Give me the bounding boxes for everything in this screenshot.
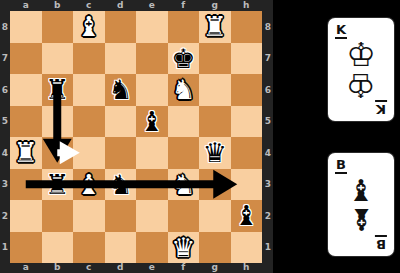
piece-white-knight[interactable]: ♞: [171, 74, 195, 106]
square-f7[interactable]: ♚: [168, 43, 200, 75]
rank-label-3: 3: [263, 169, 273, 201]
square-e8[interactable]: [136, 11, 168, 43]
square-g3[interactable]: [199, 169, 231, 201]
rank-label-6: 6: [0, 74, 10, 106]
piece-white-queen[interactable]: ♛: [171, 232, 195, 264]
square-b3[interactable]: ♜: [42, 169, 74, 201]
rank-label-2: 2: [0, 200, 10, 232]
rank-label-6: 6: [263, 74, 273, 106]
square-b6[interactable]: ♜: [42, 74, 74, 106]
piece-black-knight[interactable]: ♞: [108, 169, 132, 201]
square-f2[interactable]: [168, 200, 200, 232]
file-label-b: b: [42, 0, 74, 11]
rank-label-2: 2: [263, 200, 273, 232]
chess-app: abcdefgh abcdefgh 87654321 87654321 ♝♜♚♜…: [0, 0, 400, 273]
rank-label-8: 8: [0, 11, 10, 43]
square-h8[interactable]: [231, 11, 263, 43]
rank-label-4: 4: [263, 137, 273, 169]
square-b4[interactable]: [42, 137, 74, 169]
piece-black-bishop[interactable]: ♝: [140, 106, 164, 138]
square-e1[interactable]: [136, 232, 168, 264]
square-e5[interactable]: ♝: [136, 106, 168, 138]
rank-label-4: 4: [0, 137, 10, 169]
rank-label-5: 5: [0, 106, 10, 138]
square-h3[interactable]: [231, 169, 263, 201]
square-c2[interactable]: [73, 200, 105, 232]
file-label-h: h: [231, 262, 263, 273]
piece-white-knight[interactable]: ♞: [171, 169, 195, 201]
square-h7[interactable]: [231, 43, 263, 75]
square-a8[interactable]: [10, 11, 42, 43]
card-rank-bottom: B: [375, 235, 387, 251]
card-panel: K ♔ ♔ K B ♝ ♝ B: [273, 0, 400, 273]
square-d5[interactable]: [105, 106, 137, 138]
square-e2[interactable]: [136, 200, 168, 232]
file-label-b: b: [42, 262, 74, 273]
square-d7[interactable]: [105, 43, 137, 75]
piece-white-bishop[interactable]: ♝: [77, 169, 101, 201]
square-e6[interactable]: [136, 74, 168, 106]
square-c4[interactable]: [73, 137, 105, 169]
piece-white-bishop[interactable]: ♝: [77, 11, 101, 43]
piece-black-rook[interactable]: ♜: [45, 169, 69, 201]
piece-black-king[interactable]: ♚: [171, 43, 195, 75]
rank-label-7: 7: [0, 43, 10, 75]
board-panel: abcdefgh abcdefgh 87654321 87654321 ♝♜♚♜…: [0, 0, 273, 273]
rank-label-3: 3: [0, 169, 10, 201]
square-e3[interactable]: [136, 169, 168, 201]
file-label-a: a: [10, 262, 42, 273]
square-d1[interactable]: [105, 232, 137, 264]
rank-labels-right: 87654321: [263, 11, 273, 263]
rank-labels-left: 87654321: [0, 11, 10, 263]
square-g2[interactable]: [199, 200, 231, 232]
square-f4[interactable]: [168, 137, 200, 169]
black-bishop-icon: ♝: [348, 176, 375, 206]
file-label-d: d: [105, 262, 137, 273]
square-d2[interactable]: [105, 200, 137, 232]
square-a7[interactable]: [10, 43, 42, 75]
square-f1[interactable]: ♛: [168, 232, 200, 264]
square-e7[interactable]: [136, 43, 168, 75]
square-a5[interactable]: [10, 106, 42, 138]
square-e4[interactable]: [136, 137, 168, 169]
piece-white-rook[interactable]: ♜: [14, 137, 38, 169]
square-b8[interactable]: [42, 11, 74, 43]
rank-label-1: 1: [0, 232, 10, 264]
rank-label-5: 5: [263, 106, 273, 138]
piece-black-queen[interactable]: ♛: [203, 137, 227, 169]
file-label-a: a: [10, 0, 42, 11]
square-g6[interactable]: [199, 74, 231, 106]
file-labels-top: abcdefgh: [10, 0, 262, 11]
piece-black-rook[interactable]: ♜: [45, 74, 69, 106]
square-d6[interactable]: ♞: [105, 74, 137, 106]
square-b1[interactable]: [42, 232, 74, 264]
file-label-c: c: [73, 0, 105, 11]
file-label-g: g: [199, 262, 231, 273]
square-b2[interactable]: [42, 200, 74, 232]
square-c7[interactable]: [73, 43, 105, 75]
file-label-c: c: [73, 262, 105, 273]
file-labels-bottom: abcdefgh: [10, 262, 262, 273]
square-a2[interactable]: [10, 200, 42, 232]
square-c1[interactable]: [73, 232, 105, 264]
black-bishop-icon-mirrored: ♝: [348, 204, 375, 234]
square-h4[interactable]: [231, 137, 263, 169]
square-h1[interactable]: [231, 232, 263, 264]
file-label-f: f: [168, 0, 200, 11]
file-label-h: h: [231, 0, 263, 11]
square-c3[interactable]: ♝: [73, 169, 105, 201]
piece-white-rook[interactable]: ♜: [203, 11, 227, 43]
card-rank-bottom: K: [375, 100, 387, 116]
square-f8[interactable]: [168, 11, 200, 43]
square-a1[interactable]: [10, 232, 42, 264]
square-c8[interactable]: ♝: [73, 11, 105, 43]
card-bishop[interactable]: B ♝ ♝ B: [328, 153, 394, 256]
card-king[interactable]: K ♔ ♔ K: [328, 18, 394, 121]
square-c6[interactable]: [73, 74, 105, 106]
square-b5[interactable]: [42, 106, 74, 138]
square-g4[interactable]: ♛: [199, 137, 231, 169]
square-d4[interactable]: [105, 137, 137, 169]
file-label-d: d: [105, 0, 137, 11]
file-label-f: f: [168, 262, 200, 273]
square-g5[interactable]: [199, 106, 231, 138]
square-a6[interactable]: [10, 74, 42, 106]
square-b7[interactable]: [42, 43, 74, 75]
board: ♝♜♚♜♞♞♝♜♛♜♝♞♞♝♛: [10, 11, 262, 263]
piece-black-bishop[interactable]: ♝: [234, 200, 258, 232]
rank-label-1: 1: [263, 232, 273, 264]
rank-label-7: 7: [263, 43, 273, 75]
square-h5[interactable]: [231, 106, 263, 138]
square-c5[interactable]: [73, 106, 105, 138]
file-label-e: e: [136, 262, 168, 273]
piece-black-knight[interactable]: ♞: [108, 74, 132, 106]
square-g8[interactable]: ♜: [199, 11, 231, 43]
square-f5[interactable]: [168, 106, 200, 138]
square-d3[interactable]: ♞: [105, 169, 137, 201]
square-a3[interactable]: [10, 169, 42, 201]
square-h2[interactable]: ♝: [231, 200, 263, 232]
square-f6[interactable]: ♞: [168, 74, 200, 106]
file-label-g: g: [199, 0, 231, 11]
file-label-e: e: [136, 0, 168, 11]
square-h6[interactable]: [231, 74, 263, 106]
square-g1[interactable]: [199, 232, 231, 264]
square-f3[interactable]: ♞: [168, 169, 200, 201]
white-king-icon-mirrored: ♔: [346, 69, 376, 102]
square-a4[interactable]: ♜: [10, 137, 42, 169]
rank-label-8: 8: [263, 11, 273, 43]
square-d8[interactable]: [105, 11, 137, 43]
square-g7[interactable]: [199, 43, 231, 75]
